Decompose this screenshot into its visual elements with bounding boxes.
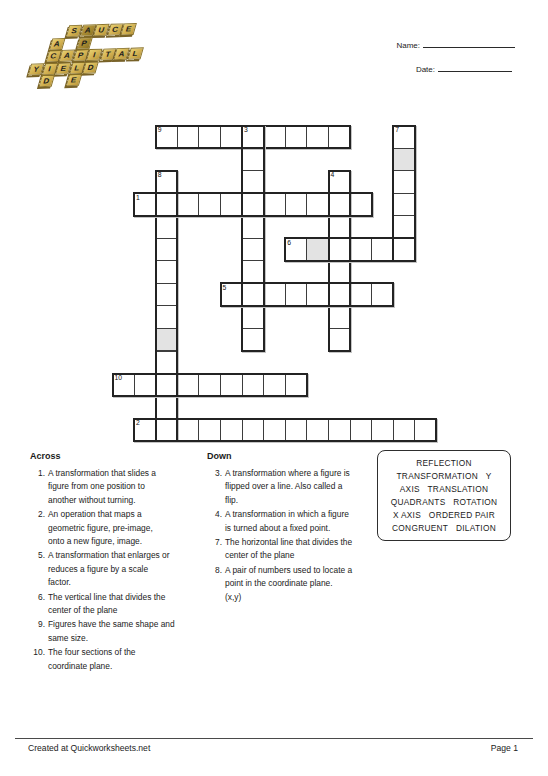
clue-text: A transformation that slides a figure fr… [48,467,156,507]
down-clue-4: 4.A transformation in which a figure is … [207,508,379,534]
crossword-cell [371,238,394,262]
crossword-cell [220,125,243,149]
crossword-cell [393,170,416,194]
across-clue-9: 9.Figures have the same shape and same s… [30,618,206,644]
crossword-cell [306,283,329,307]
crossword-cell [393,215,416,239]
grid-clue-number: 1 [136,194,140,202]
crossword-cell [328,215,351,239]
crossword-cell [263,125,286,149]
clue-number: 8. [207,564,222,604]
clue-number: 2. [30,508,45,548]
crossword-cell [350,283,373,307]
footer-divider [15,738,533,739]
clue-text: A transformation in which a figure is tu… [225,508,349,534]
crossword-cell [285,283,308,307]
grid-clue-number: 8 [158,171,162,179]
crossword-cell [263,283,286,307]
clue-text: The horizontal line that divides the cen… [225,536,352,562]
crossword-cell [328,283,351,307]
grid-clue-number: 7 [395,126,399,134]
crossword-cell [155,238,178,262]
crossword-cell [242,193,265,217]
crossword-cell [155,351,178,375]
crossword-cell [306,193,329,217]
crossword-cell [155,215,178,239]
grid-clue-number: 6 [287,239,291,247]
footer-page-number: Page 1 [491,743,518,753]
crossword-cell [263,418,286,442]
crossword-cell [242,260,265,284]
clue-number: 6. [30,591,45,617]
across-heading: Across [30,450,206,463]
crossword-cell [285,418,308,442]
word-bank-box: REFLECTION TRANSFORMATION Y AXIS TRANSLA… [377,450,511,541]
clue-text: A transformation where a figure is flipp… [225,467,350,507]
grid-clue-number: 10 [115,374,123,382]
crossword-cell [155,283,178,307]
worksheet-page: SAUCEAPCAPITALYIELDDE Name: Date: 937841… [0,0,548,776]
crossword-space-cell [393,148,416,172]
crossword-cell [350,418,373,442]
crossword-cell [242,148,265,172]
crossword-cell [393,238,416,262]
word-bank-text: REFLECTION TRANSFORMATION Y AXIS TRANSLA… [378,457,510,536]
crossword-cell [198,373,221,397]
crossword-cell [155,193,178,217]
crossword-cell [350,238,373,262]
grid-clue-number: 9 [158,126,162,134]
clue-text: An operation that maps a geometric figur… [48,508,153,548]
crossword-cell [328,260,351,284]
crossword-cell [242,238,265,262]
clue-text: A pair of numbers used to locate a point… [225,564,352,604]
grid-clue-number: 4 [331,171,335,179]
crossword-cell [371,283,394,307]
crossword-cell [177,418,200,442]
clue-number: 9. [30,618,45,644]
crossword-cell: 3 [242,125,265,149]
crossword-cell: 8 [155,170,178,194]
down-clue-7: 7.The horizontal line that divides the c… [207,536,379,562]
crossword-cell [306,125,329,149]
crossword-cell [242,328,265,352]
clue-number: 1. [30,467,45,507]
clue-number: 7. [207,536,222,562]
crossword-cell [242,170,265,194]
crossword-cell [198,193,221,217]
crossword-cell [328,418,351,442]
clue-text: Figures have the same shape and same siz… [48,618,175,644]
crossword-cell [220,418,243,442]
crossword-cell [328,305,351,329]
crossword-cell [242,305,265,329]
crossword-cell [220,373,243,397]
crossword-cell [155,418,178,442]
crossword-cell [242,215,265,239]
crossword-cell [371,418,394,442]
crossword-cell [328,238,351,262]
crossword-cell [198,418,221,442]
grid-clue-number: 2 [136,419,140,427]
crossword-cell [306,418,329,442]
crossword-cell [155,305,178,329]
crossword-cell: 5 [220,283,243,307]
across-clue-2: 2.An operation that maps a geometric fig… [30,508,206,548]
crossword-grid: 93784165102 [0,0,548,460]
crossword-space-cell [155,328,178,352]
crossword-cell [177,373,200,397]
across-clues-section: Across 1.A transformation that slides a … [30,450,206,674]
grid-clue-number: 3 [244,126,248,134]
crossword-cell [134,373,157,397]
crossword-cell: 4 [328,170,351,194]
crossword-cell [155,260,178,284]
across-clue-5: 5.A transformation that enlarges or redu… [30,549,206,589]
crossword-cell: 1 [134,193,157,217]
crossword-cell [328,328,351,352]
across-clue-1: 1.A transformation that slides a figure … [30,467,206,507]
crossword-cell [263,373,286,397]
down-clue-3: 3.A transformation where a figure is fli… [207,467,379,507]
crossword-cell: 7 [393,125,416,149]
crossword-cell [198,125,221,149]
crossword-cell: 6 [285,238,308,262]
crossword-cell [285,193,308,217]
clue-number: 10. [30,646,45,672]
down-heading: Down [207,450,379,463]
crossword-cell [242,418,265,442]
clue-text: The four sections of the coordinate plan… [48,646,136,672]
crossword-cell [155,396,178,420]
down-clue-8: 8.A pair of numbers used to locate a poi… [207,564,379,604]
crossword-cell: 10 [112,373,135,397]
across-clue-10: 10.The four sections of the coordinate p… [30,646,206,672]
crossword-cell [285,125,308,149]
grid-clue-number: 5 [223,284,227,292]
crossword-cell [393,418,416,442]
crossword-cell: 2 [134,418,157,442]
crossword-cell [393,193,416,217]
crossword-cell [263,193,286,217]
footer-credit: Created at Quickworksheets.net [28,743,150,753]
clue-number: 5. [30,549,45,589]
crossword-cell [350,193,373,217]
crossword-space-cell [306,238,329,262]
clue-number: 3. [207,467,222,507]
across-clue-6: 6.The vertical line that divides the cen… [30,591,206,617]
crossword-cell [242,283,265,307]
clue-text: The vertical line that divides the cente… [48,591,165,617]
crossword-cell [285,373,308,397]
crossword-cell [220,193,243,217]
crossword-cell [414,418,437,442]
down-clues-section: Down 3.A transformation where a figure i… [207,450,379,605]
clue-text: A transformation that enlarges or reduce… [48,549,170,589]
crossword-cell [177,193,200,217]
crossword-cell [328,125,351,149]
crossword-cell [155,373,178,397]
crossword-cell [328,193,351,217]
clue-number: 4. [207,508,222,534]
crossword-cell [177,125,200,149]
crossword-cell [242,373,265,397]
crossword-cell: 9 [155,125,178,149]
